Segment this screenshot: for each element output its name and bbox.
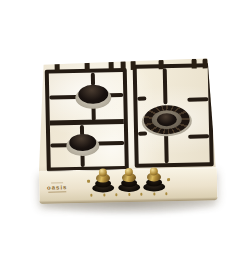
control-panel: oasis — [39, 167, 218, 204]
burner-indicator-mark — [165, 192, 167, 195]
grate-prong — [187, 97, 208, 101]
burner-indicator-mark — [90, 194, 92, 197]
cooktop-surface — [36, 57, 217, 173]
burner-indicator-icon — [167, 178, 170, 181]
grate-post-tip — [203, 58, 208, 68]
burner-indicator-mark — [128, 193, 130, 196]
control-knob-front-left-burner[interactable] — [117, 164, 142, 192]
control-knob-left-rear-burner[interactable] — [91, 164, 116, 192]
gas-hob: oasis — [35, 55, 217, 205]
grate-prong — [163, 68, 168, 104]
grate-post-tip — [121, 60, 126, 70]
grate-post-tip — [159, 59, 164, 69]
brand-logo-text: oasis — [43, 184, 71, 191]
knob-handle — [150, 167, 158, 175]
burner-indicator-mark — [140, 193, 142, 196]
burner-indicator-mark — [153, 192, 155, 195]
grate-crossbar — [50, 119, 124, 126]
grate-post-tip — [85, 61, 90, 71]
grate-prong — [49, 95, 78, 100]
grate-post-tip — [131, 60, 136, 70]
burner-indicator-marks — [90, 192, 172, 198]
grate-prong — [164, 134, 169, 163]
brand-logo-accent — [48, 191, 66, 192]
grate-post-tip — [192, 59, 197, 69]
grate-prong — [188, 134, 209, 138]
grate-right-section — [133, 63, 214, 168]
burner-indicator-mark — [103, 193, 105, 196]
grate-prong — [97, 141, 124, 146]
grate-post-tip — [55, 61, 60, 71]
burner-indicator-icon — [87, 180, 90, 183]
product-photo: oasis — [0, 0, 252, 280]
grate-left-section — [45, 68, 129, 172]
grate-prong — [138, 132, 147, 136]
burner-indicator-mark — [115, 193, 117, 196]
brand-logo: oasis — [43, 182, 71, 193]
grate-prong — [137, 97, 146, 101]
grate-post-tip — [109, 60, 114, 70]
control-knob-wok-burner[interactable] — [142, 163, 167, 191]
